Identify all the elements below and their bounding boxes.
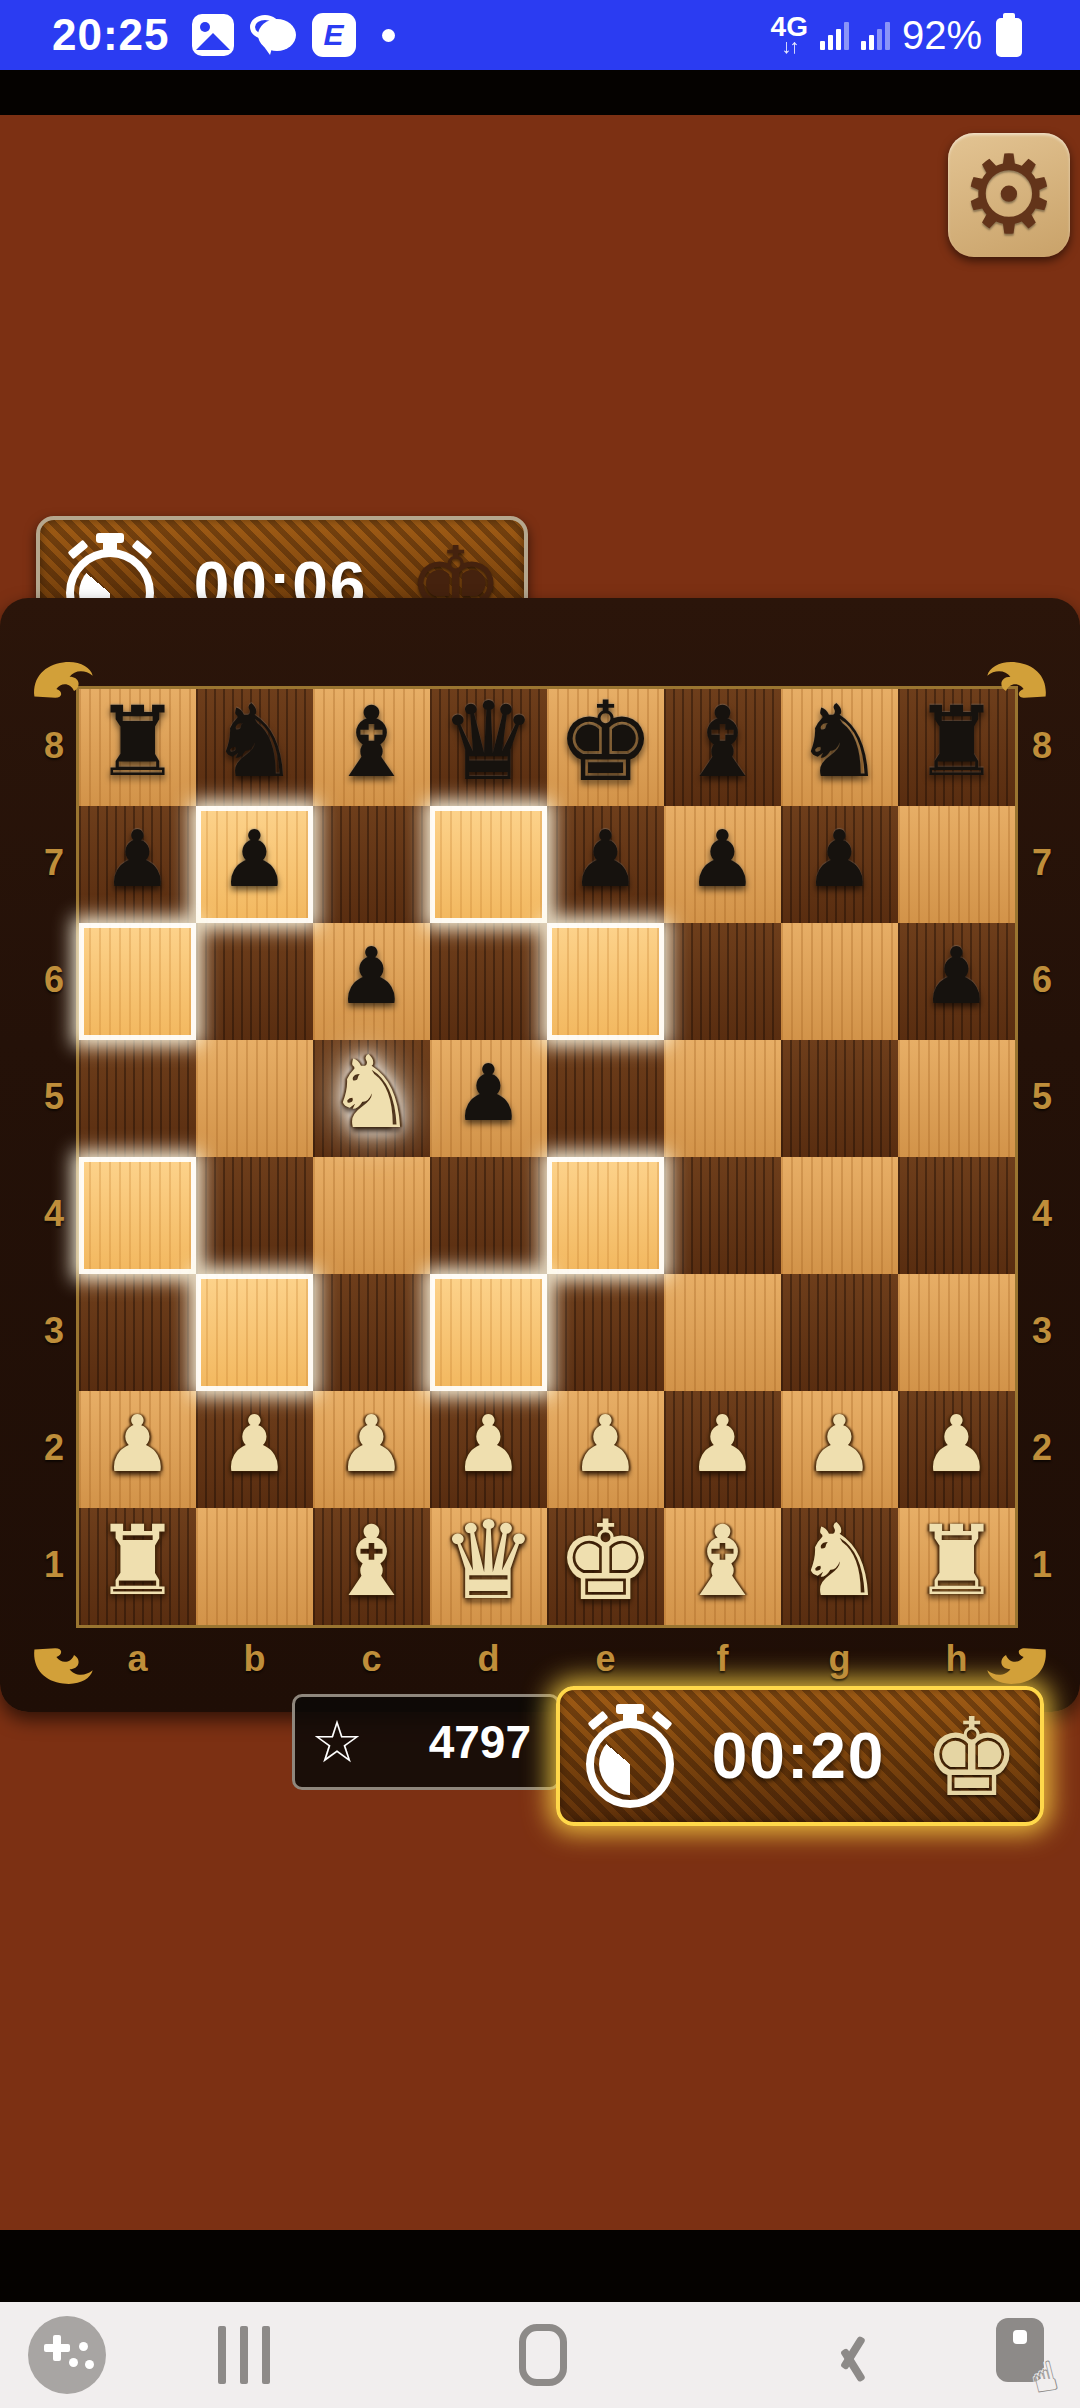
white-pawn-a2[interactable]: ♟ [103, 1405, 173, 1483]
square-h1[interactable]: ♜ [898, 1508, 1015, 1625]
status-bar: 20:25 E 4G ↓↑ 92% [0, 0, 1080, 70]
black-pawn-g7[interactable]: ♟ [805, 820, 875, 898]
ornament-top-right [984, 656, 1050, 702]
square-f2[interactable]: ♟ [664, 1391, 781, 1508]
square-a2[interactable]: ♟ [79, 1391, 196, 1508]
square-a6[interactable] [79, 923, 196, 1040]
rank-label-left-6: 6 [34, 959, 74, 1001]
square-e6[interactable] [547, 923, 664, 1040]
square-e1[interactable]: ♚ [547, 1508, 664, 1625]
square-a7[interactable]: ♟ [79, 806, 196, 923]
square-b4[interactable] [196, 1157, 313, 1274]
square-a5[interactable] [79, 1040, 196, 1157]
black-pawn-f7[interactable]: ♟ [688, 820, 758, 898]
rank-label-right-5: 5 [1022, 1076, 1062, 1118]
square-c4[interactable] [313, 1157, 430, 1274]
file-label-f: f [703, 1638, 743, 1680]
game-launcher-icon[interactable] [28, 2316, 106, 2394]
black-knight-b8[interactable]: ♞ [210, 692, 300, 792]
rank-label-right-2: 2 [1022, 1427, 1062, 1469]
square-c5[interactable]: ♞ [313, 1040, 430, 1157]
square-a4[interactable] [79, 1157, 196, 1274]
black-rook-h8[interactable]: ♜ [913, 694, 999, 790]
white-pawn-e2[interactable]: ♟ [571, 1405, 641, 1483]
square-h5[interactable] [898, 1040, 1015, 1157]
square-d4[interactable] [430, 1157, 547, 1274]
square-h6[interactable]: ♟ [898, 923, 1015, 1040]
status-time: 20:25 [52, 10, 170, 60]
file-label-g: g [820, 1638, 860, 1680]
white-rook-h1[interactable]: ♜ [913, 1513, 999, 1609]
square-d2[interactable]: ♟ [430, 1391, 547, 1508]
rank-label-right-8: 8 [1022, 725, 1062, 767]
ornament-bottom-left [30, 1644, 96, 1690]
square-f8[interactable]: ♝ [664, 689, 781, 806]
gallery-icon [192, 14, 234, 56]
stopwatch-icon [586, 1704, 674, 1808]
square-g1[interactable]: ♞ [781, 1508, 898, 1625]
square-g6[interactable] [781, 923, 898, 1040]
chess-board: ♜♞♝♛♚♝♞♜♟♟♟♟♟♟♟♞♟♟♟♟♟♟♟♟♟♜♝♛♚♝♞♜ [76, 686, 1018, 1628]
square-h8[interactable]: ♜ [898, 689, 1015, 806]
phone-screen: 20:25 E 4G ↓↑ 92% ⚙ [0, 0, 1080, 2408]
square-h4[interactable] [898, 1157, 1015, 1274]
app-pin-icon[interactable]: ☝ [996, 2318, 1052, 2398]
rank-label-right-7: 7 [1022, 842, 1062, 884]
white-pawn-g2[interactable]: ♟ [805, 1405, 875, 1483]
square-e5[interactable] [547, 1040, 664, 1157]
signal-bars-icon-1 [820, 20, 849, 50]
black-pawn-c6[interactable]: ♟ [337, 937, 407, 1015]
square-e3[interactable] [547, 1274, 664, 1391]
square-a3[interactable] [79, 1274, 196, 1391]
square-d7[interactable] [430, 806, 547, 923]
signal-bars-icon-2 [861, 20, 890, 50]
black-pawn-e7[interactable]: ♟ [571, 820, 641, 898]
square-b5[interactable] [196, 1040, 313, 1157]
recents-icon[interactable] [218, 2326, 270, 2384]
white-knight-c5[interactable]: ♞ [327, 1043, 417, 1143]
white-bishop-f1[interactable]: ♝ [679, 1512, 767, 1610]
rating-plaque: ☆ 4797 [292, 1694, 560, 1790]
square-c8[interactable]: ♝ [313, 689, 430, 806]
settings-button[interactable]: ⚙ [948, 133, 1070, 257]
black-bishop-f8[interactable]: ♝ [679, 693, 767, 791]
square-c7[interactable] [313, 806, 430, 923]
white-queen-d1[interactable]: ♛ [440, 1507, 537, 1615]
white-king-e1[interactable]: ♚ [556, 1506, 655, 1616]
email-e-icon: E [312, 13, 356, 57]
square-b6[interactable] [196, 923, 313, 1040]
square-d1[interactable]: ♛ [430, 1508, 547, 1625]
file-label-h: h [937, 1638, 977, 1680]
white-timer-plaque: 00:20 ♚ [556, 1686, 1044, 1826]
square-f6[interactable] [664, 923, 781, 1040]
square-c1[interactable]: ♝ [313, 1508, 430, 1625]
black-knight-g8[interactable]: ♞ [795, 692, 885, 792]
file-label-a: a [118, 1638, 158, 1680]
file-label-e: e [586, 1638, 626, 1680]
square-a1[interactable]: ♜ [79, 1508, 196, 1625]
square-f5[interactable] [664, 1040, 781, 1157]
battery-icon [996, 13, 1022, 57]
battery-percent: 92% [902, 13, 982, 58]
rank-label-left-4: 4 [34, 1193, 74, 1235]
ornament-bottom-right [984, 1644, 1050, 1690]
rank-label-left-3: 3 [34, 1310, 74, 1352]
square-b8[interactable]: ♞ [196, 689, 313, 806]
square-f1[interactable]: ♝ [664, 1508, 781, 1625]
rank-label-right-1: 1 [1022, 1544, 1062, 1586]
white-pawn-h2[interactable]: ♟ [922, 1405, 992, 1483]
square-h2[interactable]: ♟ [898, 1391, 1015, 1508]
black-pawn-h6[interactable]: ♟ [922, 937, 992, 1015]
square-c6[interactable]: ♟ [313, 923, 430, 1040]
square-e7[interactable]: ♟ [547, 806, 664, 923]
white-pawn-f2[interactable]: ♟ [688, 1405, 758, 1483]
square-h3[interactable] [898, 1274, 1015, 1391]
white-pawn-d2[interactable]: ♟ [454, 1405, 524, 1483]
rank-label-left-5: 5 [34, 1076, 74, 1118]
black-bishop-c8[interactable]: ♝ [328, 693, 416, 791]
square-b7[interactable]: ♟ [196, 806, 313, 923]
white-knight-g1[interactable]: ♞ [795, 1511, 885, 1611]
rank-label-right-6: 6 [1022, 959, 1062, 1001]
square-e4[interactable] [547, 1157, 664, 1274]
square-g7[interactable]: ♟ [781, 806, 898, 923]
square-c3[interactable] [313, 1274, 430, 1391]
file-label-d: d [469, 1638, 509, 1680]
square-b1[interactable] [196, 1508, 313, 1625]
letterbox-bottom [0, 2230, 1080, 2302]
navigation-bar: ☝ [0, 2302, 1080, 2408]
square-d5[interactable]: ♟ [430, 1040, 547, 1157]
white-pawn-b2[interactable]: ♟ [220, 1405, 290, 1483]
square-e2[interactable]: ♟ [547, 1391, 664, 1508]
file-label-b: b [235, 1638, 275, 1680]
rank-label-left-2: 2 [34, 1427, 74, 1469]
network-4g-icon: 4G ↓↑ [771, 16, 808, 54]
square-g4[interactable] [781, 1157, 898, 1274]
square-g5[interactable] [781, 1040, 898, 1157]
gear-icon: ⚙ [961, 141, 1058, 249]
letterbox-top [0, 70, 1080, 115]
square-g2[interactable]: ♟ [781, 1391, 898, 1508]
chat-icon [250, 15, 296, 55]
black-queen-d8[interactable]: ♛ [440, 688, 537, 796]
dot-icon [382, 29, 395, 42]
rank-label-right-3: 3 [1022, 1310, 1062, 1352]
rank-label-left-1: 1 [34, 1544, 74, 1586]
black-pawn-b7[interactable]: ♟ [220, 820, 290, 898]
rank-label-right-4: 4 [1022, 1193, 1062, 1235]
home-icon[interactable] [519, 2324, 567, 2386]
white-rook-a1[interactable]: ♜ [94, 1513, 180, 1609]
star-icon: ☆ [311, 1713, 363, 1771]
rank-label-left-8: 8 [34, 725, 74, 767]
square-f7[interactable]: ♟ [664, 806, 781, 923]
black-rook-a8[interactable]: ♜ [94, 694, 180, 790]
white-timer-value: 00:20 [674, 1719, 923, 1793]
square-e8[interactable]: ♚ [547, 689, 664, 806]
rating-value: 4797 [363, 1715, 531, 1769]
square-d8[interactable]: ♛ [430, 689, 547, 806]
black-king-e8[interactable]: ♚ [556, 687, 655, 797]
square-g8[interactable]: ♞ [781, 689, 898, 806]
ornament-top-left [30, 656, 96, 702]
rank-label-left-7: 7 [34, 842, 74, 884]
square-b3[interactable] [196, 1274, 313, 1391]
square-g3[interactable] [781, 1274, 898, 1391]
notification-icons: E [192, 13, 395, 57]
square-h7[interactable] [898, 806, 1015, 923]
white-bishop-c1[interactable]: ♝ [328, 1512, 416, 1610]
square-b2[interactable]: ♟ [196, 1391, 313, 1508]
square-d3[interactable] [430, 1274, 547, 1391]
square-f4[interactable] [664, 1157, 781, 1274]
square-d6[interactable] [430, 923, 547, 1040]
file-label-c: c [352, 1638, 392, 1680]
white-king-icon: ♚ [923, 1704, 1020, 1812]
square-f3[interactable] [664, 1274, 781, 1391]
back-icon[interactable] [836, 2326, 870, 2384]
black-pawn-d5[interactable]: ♟ [454, 1054, 524, 1132]
black-pawn-a7[interactable]: ♟ [103, 820, 173, 898]
square-c2[interactable]: ♟ [313, 1391, 430, 1508]
square-a8[interactable]: ♜ [79, 689, 196, 806]
status-right: 4G ↓↑ 92% [771, 0, 1022, 70]
white-pawn-c2[interactable]: ♟ [337, 1405, 407, 1483]
